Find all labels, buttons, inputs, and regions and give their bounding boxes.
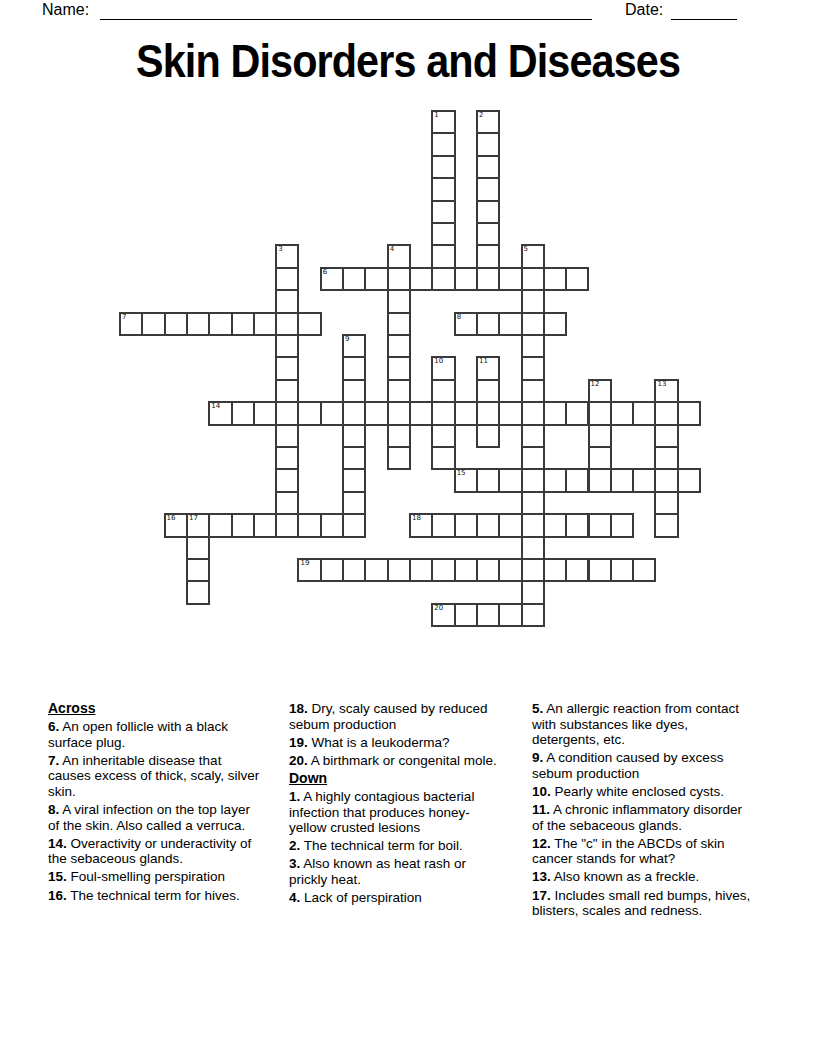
grid-cell[interactable]: 1 [431, 110, 455, 134]
grid-cell[interactable] [521, 401, 545, 425]
grid-cell[interactable] [654, 468, 678, 492]
clue: 8. A viral infection on the top layer of… [48, 802, 261, 833]
grid-cell[interactable] [409, 401, 433, 425]
grid-cell[interactable] [342, 401, 366, 425]
grid-cell[interactable] [476, 379, 500, 403]
grid-cell[interactable] [297, 312, 321, 336]
cell-number: 1 [434, 111, 438, 120]
grid-cell[interactable] [543, 513, 567, 537]
grid-cell[interactable] [521, 312, 545, 336]
grid-cell[interactable]: 14 [208, 401, 232, 425]
grid-cell[interactable] [364, 558, 388, 582]
grid-cell[interactable] [186, 558, 210, 582]
grid-cell[interactable] [476, 155, 500, 179]
grid-cell[interactable] [588, 446, 612, 470]
grid-cell[interactable]: 12 [588, 379, 612, 403]
clue-number: 13. [532, 869, 551, 884]
clue: 9. A condition caused by excess sebum pr… [532, 750, 756, 781]
grid-cell[interactable] [476, 177, 500, 201]
grid-cell[interactable] [141, 312, 165, 336]
clue-number: 12. [532, 836, 551, 851]
grid-cell[interactable] [275, 379, 299, 403]
grid-cell[interactable] [588, 468, 612, 492]
grid-cell[interactable]: 15 [454, 468, 478, 492]
grid-cell[interactable] [498, 603, 522, 627]
grid-cell[interactable] [454, 401, 478, 425]
clue: 14. Overactivity or underactivity of the… [48, 836, 261, 867]
grid-cell[interactable] [387, 289, 411, 313]
grid-cell[interactable] [476, 603, 500, 627]
grid-cell[interactable] [521, 513, 545, 537]
grid-cell[interactable] [387, 558, 411, 582]
grid-cell[interactable] [476, 468, 500, 492]
grid-cell[interactable]: 8 [454, 312, 478, 336]
clue-number: 18. [289, 701, 308, 716]
clue-number: 3. [289, 856, 300, 871]
grid-cell[interactable] [231, 401, 255, 425]
grid-cell[interactable] [476, 312, 500, 336]
grid-cell[interactable] [231, 312, 255, 336]
grid-cell[interactable] [543, 312, 567, 336]
cell-number: 14 [211, 402, 220, 411]
grid-cell[interactable] [342, 356, 366, 380]
clue: 17. Includes small red bumps, hives, bli… [532, 888, 756, 919]
cell-number: 2 [479, 111, 483, 120]
cell-number: 16 [167, 514, 176, 523]
grid-cell[interactable] [275, 356, 299, 380]
grid-cell[interactable] [654, 424, 678, 448]
grid-cell[interactable] [632, 558, 656, 582]
grid-cell[interactable] [275, 491, 299, 515]
grid-cell[interactable] [431, 401, 455, 425]
grid-cell[interactable]: 7 [119, 312, 143, 336]
grid-cell[interactable] [565, 513, 589, 537]
clue-number: 10. [532, 784, 551, 799]
grid-cell[interactable] [320, 401, 344, 425]
grid-cell[interactable] [431, 132, 455, 156]
grid-cell[interactable]: 11 [476, 356, 500, 380]
grid-cell[interactable] [387, 401, 411, 425]
cell-number: 19 [300, 559, 309, 568]
grid-cell[interactable] [454, 267, 478, 291]
grid-cell[interactable] [431, 558, 455, 582]
grid-cell[interactable] [543, 401, 567, 425]
clue-number: 15. [48, 869, 67, 884]
grid-cell[interactable] [275, 446, 299, 470]
clue-column-2: 18. Dry, scaly caused by reduced sebum p… [289, 701, 507, 908]
grid-cell[interactable] [588, 513, 612, 537]
clue: 18. Dry, scaly caused by reduced sebum p… [289, 701, 507, 732]
crossword-grid: 1234567891011121314151617181920 [119, 110, 703, 629]
clue: 2. The technical term for boil. [289, 838, 507, 854]
cell-number: 12 [591, 380, 600, 389]
grid-cell[interactable] [521, 580, 545, 604]
clue-column-1: Across6. An open follicle with a black s… [48, 701, 261, 906]
grid-cell[interactable] [476, 222, 500, 246]
grid-cell[interactable]: 5 [521, 244, 545, 268]
grid-cell[interactable] [565, 468, 589, 492]
grid-cell[interactable] [387, 379, 411, 403]
grid-cell[interactable] [654, 446, 678, 470]
grid-cell[interactable] [431, 267, 455, 291]
grid-cell[interactable] [297, 513, 321, 537]
clue: 20. A birthmark or congenital mole. [289, 753, 507, 769]
grid-cell[interactable] [565, 558, 589, 582]
clue: 15. Foul-smelling perspiration [48, 869, 261, 885]
clue: 3. Also known as heat rash or prickly he… [289, 856, 507, 887]
grid-cell[interactable] [521, 468, 545, 492]
cell-number: 18 [412, 514, 421, 523]
grid-cell[interactable] [431, 244, 455, 268]
clue: 12. The "c" in the ABCDs of skin cancer … [532, 836, 756, 867]
grid-cell[interactable] [275, 267, 299, 291]
grid-cell[interactable]: 9 [342, 334, 366, 358]
grid-cell[interactable] [342, 558, 366, 582]
grid-cell[interactable] [677, 401, 701, 425]
grid-cell[interactable] [275, 424, 299, 448]
grid-cell[interactable] [387, 424, 411, 448]
grid-cell[interactable] [588, 558, 612, 582]
grid-cell[interactable] [498, 267, 522, 291]
grid-cell[interactable] [275, 334, 299, 358]
grid-cell[interactable] [476, 558, 500, 582]
grid-cell[interactable] [476, 401, 500, 425]
cell-number: 13 [657, 380, 666, 389]
grid-cell[interactable] [498, 468, 522, 492]
clue-number: 8. [48, 802, 59, 817]
grid-cell[interactable] [342, 491, 366, 515]
cell-number: 4 [390, 245, 394, 254]
grid-cell[interactable] [342, 468, 366, 492]
grid-cell[interactable] [654, 401, 678, 425]
grid-cell[interactable] [498, 558, 522, 582]
grid-cell[interactable] [610, 401, 634, 425]
clue-number: 2. [289, 838, 300, 853]
grid-cell[interactable]: 20 [431, 603, 455, 627]
grid-cell[interactable] [275, 468, 299, 492]
grid-cell[interactable] [454, 513, 478, 537]
grid-cell[interactable] [431, 446, 455, 470]
grid-cell[interactable] [431, 222, 455, 246]
grid-cell[interactable] [476, 244, 500, 268]
clue-number: 7. [48, 753, 59, 768]
grid-cell[interactable] [521, 267, 545, 291]
clue: 13. Also known as a freckle. [532, 869, 756, 885]
cell-number: 3 [278, 245, 282, 254]
grid-cell[interactable]: 13 [654, 379, 678, 403]
grid-cell[interactable] [476, 424, 500, 448]
grid-cell[interactable] [342, 446, 366, 470]
grid-cell[interactable] [521, 424, 545, 448]
grid-cell[interactable] [632, 468, 656, 492]
grid-cell[interactable] [409, 267, 433, 291]
cell-number: 7 [122, 313, 126, 322]
grid-cell[interactable]: 16 [164, 513, 188, 537]
grid-cell[interactable] [208, 312, 232, 336]
grid-cell[interactable] [521, 379, 545, 403]
clue-list-heading: Down [289, 771, 507, 787]
clue-number: 17. [532, 888, 551, 903]
grid-cell[interactable] [677, 468, 701, 492]
grid-cell[interactable] [431, 200, 455, 224]
grid-cell[interactable]: 18 [409, 513, 433, 537]
grid-cell[interactable] [364, 267, 388, 291]
clue: 7. An inheritable disease that causes ex… [48, 753, 261, 800]
clue-number: 11. [532, 802, 550, 817]
clue: 16. The technical term for hives. [48, 888, 261, 904]
grid-cell[interactable]: 10 [431, 356, 455, 380]
grid-cell[interactable] [342, 424, 366, 448]
grid-cell[interactable] [543, 558, 567, 582]
grid-cell[interactable]: 19 [297, 558, 321, 582]
clue: 11. A chronic inflammatory disorder of t… [532, 802, 756, 833]
grid-cell[interactable] [231, 513, 255, 537]
grid-cell[interactable] [253, 513, 277, 537]
grid-cell[interactable] [297, 401, 321, 425]
page-title: Skin Disorders and Diseases [49, 34, 767, 88]
clue-number: 14. [48, 836, 67, 851]
grid-cell[interactable] [521, 334, 545, 358]
grid-cell[interactable] [253, 401, 277, 425]
grid-cell[interactable] [186, 536, 210, 560]
grid-cell[interactable] [588, 424, 612, 448]
clue-number: 6. [48, 719, 59, 734]
clue-number: 16. [48, 888, 67, 903]
grid-cell[interactable] [632, 401, 656, 425]
grid-cell[interactable] [588, 401, 612, 425]
grid-cell[interactable] [431, 155, 455, 179]
grid-cell[interactable] [364, 401, 388, 425]
grid-cell[interactable]: 4 [387, 244, 411, 268]
grid-cell[interactable] [454, 603, 478, 627]
grid-cell[interactable] [342, 267, 366, 291]
name-label: Name: [42, 1, 89, 19]
grid-cell[interactable] [431, 177, 455, 201]
grid-cell[interactable] [186, 580, 210, 604]
clue: 5. An allergic reaction from contact wit… [532, 701, 756, 748]
grid-cell[interactable] [543, 267, 567, 291]
grid-cell[interactable] [431, 513, 455, 537]
grid-cell[interactable] [654, 491, 678, 515]
cell-number: 10 [434, 357, 443, 366]
name-blank-line [100, 3, 592, 20]
grid-cell[interactable] [275, 401, 299, 425]
clue: 1. A highly contagious bacterial infecti… [289, 789, 507, 836]
cell-number: 15 [457, 469, 466, 478]
clue-list-heading: Across [48, 701, 261, 717]
clue-number: 5. [532, 701, 543, 716]
grid-cell[interactable] [521, 603, 545, 627]
clue-column-3: 5. An allergic reaction from contact wit… [532, 701, 756, 921]
grid-cell[interactable] [476, 513, 500, 537]
grid-cell[interactable] [454, 558, 478, 582]
grid-cell[interactable] [409, 558, 433, 582]
clue-number: 4. [289, 890, 300, 905]
grid-cell[interactable] [320, 558, 344, 582]
grid-cell[interactable] [521, 536, 545, 560]
grid-cell[interactable] [342, 513, 366, 537]
grid-cell[interactable] [610, 468, 634, 492]
clue: 10. Pearly white enclosed cysts. [532, 784, 756, 800]
grid-cell[interactable] [387, 267, 411, 291]
grid-cell[interactable] [186, 312, 210, 336]
grid-cell[interactable] [164, 312, 188, 336]
grid-cell[interactable] [275, 312, 299, 336]
cell-number: 17 [189, 514, 198, 523]
grid-cell[interactable] [498, 312, 522, 336]
clue: 4. Lack of perspiration [289, 890, 507, 906]
clue-number: 1. [289, 789, 300, 804]
grid-cell[interactable] [387, 356, 411, 380]
grid-cell[interactable] [521, 558, 545, 582]
grid-cell[interactable] [521, 446, 545, 470]
grid-cell[interactable]: 2 [476, 110, 500, 134]
grid-cell[interactable] [431, 379, 455, 403]
grid-cell[interactable] [275, 289, 299, 313]
clue-number: 20. [289, 753, 308, 768]
grid-cell[interactable] [498, 401, 522, 425]
date-label: Date: [625, 1, 663, 19]
clue: 6. An open follicle with a black surface… [48, 719, 261, 750]
grid-cell[interactable] [654, 513, 678, 537]
date-blank-line [671, 3, 737, 20]
cell-number: 5 [524, 245, 528, 254]
grid-cell[interactable] [476, 200, 500, 224]
grid-cell[interactable]: 3 [275, 244, 299, 268]
grid-cell[interactable] [342, 379, 366, 403]
grid-cell[interactable] [521, 491, 545, 515]
cell-number: 8 [457, 313, 461, 322]
grid-cell[interactable] [565, 401, 589, 425]
grid-cell[interactable] [610, 558, 634, 582]
grid-cell[interactable]: 6 [320, 267, 344, 291]
grid-cell[interactable] [387, 446, 411, 470]
grid-cell[interactable] [320, 513, 344, 537]
grid-cell[interactable] [208, 513, 232, 537]
clue-number: 19. [289, 735, 308, 750]
grid-cell[interactable] [521, 289, 545, 313]
grid-cell[interactable] [387, 312, 411, 336]
grid-cell[interactable] [431, 424, 455, 448]
clue-number: 9. [532, 750, 543, 765]
grid-cell[interactable] [476, 132, 500, 156]
grid-cell[interactable] [498, 513, 522, 537]
grid-cell[interactable] [387, 334, 411, 358]
grid-cell[interactable] [543, 468, 567, 492]
clue: 19. What is a leukoderma? [289, 735, 507, 751]
grid-cell[interactable] [610, 513, 634, 537]
grid-cell[interactable] [521, 356, 545, 380]
cell-number: 20 [434, 604, 443, 613]
grid-cell[interactable]: 17 [186, 513, 210, 537]
cell-number: 6 [323, 268, 327, 277]
cell-number: 9 [345, 335, 349, 344]
grid-cell[interactable] [275, 513, 299, 537]
cell-number: 11 [479, 357, 488, 366]
grid-cell[interactable] [476, 267, 500, 291]
grid-cell[interactable] [253, 312, 277, 336]
grid-cell[interactable] [565, 267, 589, 291]
